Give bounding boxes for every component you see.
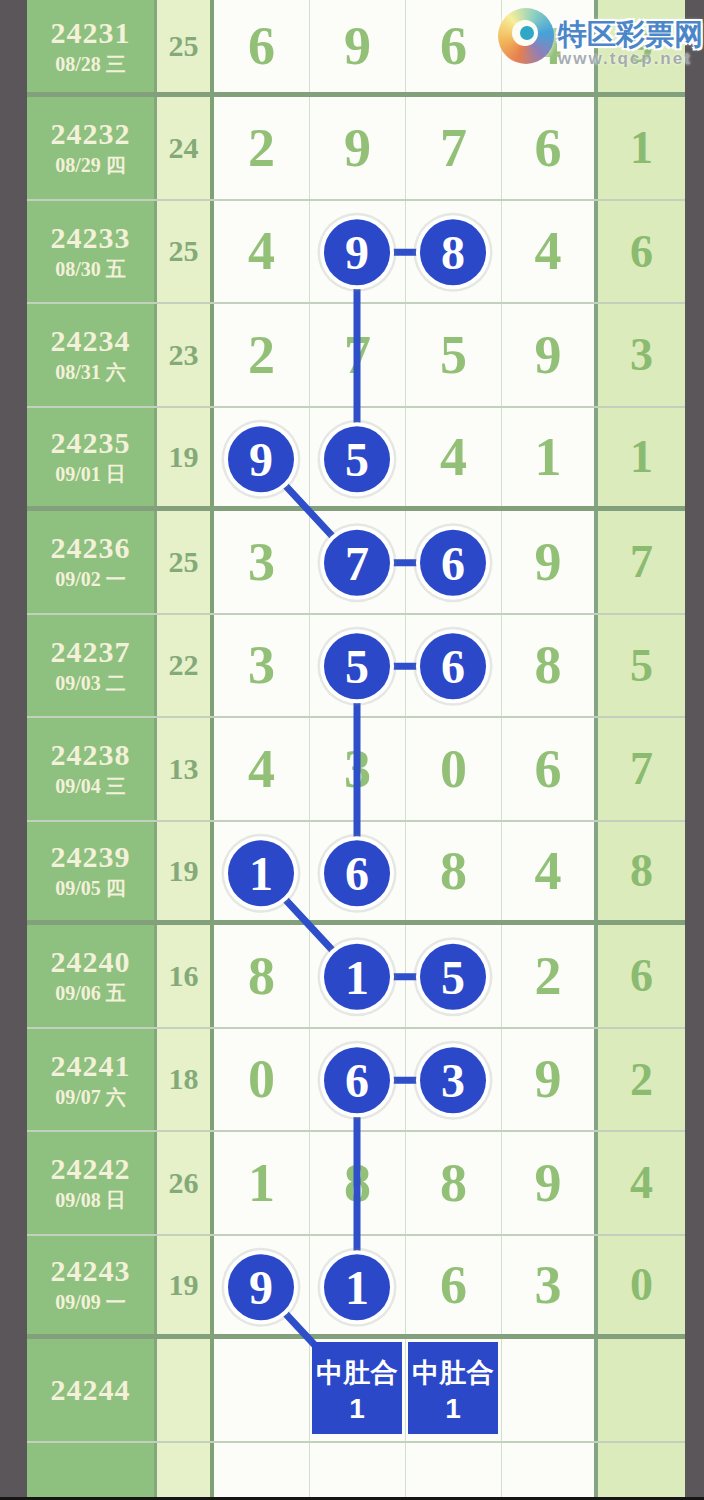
digit-cell <box>406 925 502 1027</box>
issue-number: 24235 <box>51 427 131 459</box>
sum-cell <box>157 1443 214 1500</box>
draw-row: 2423709/03 二22385 <box>27 615 685 719</box>
digit-cell: 8 <box>406 1132 502 1234</box>
draw-row <box>27 1443 685 1500</box>
issue-cell: 2423909/05 四 <box>27 822 157 921</box>
digit-cell: 2 <box>502 925 598 1027</box>
site-logo-watermark: www.tqcp.net <box>558 49 692 69</box>
issue-number: 24242 <box>51 1153 131 1185</box>
draw-row: 2424009/06 五16826 <box>27 925 685 1029</box>
issue-number: 24238 <box>51 739 131 771</box>
sum-cell: 16 <box>157 925 214 1027</box>
digit-cell: 9 <box>310 0 406 92</box>
digit-cell: 4 <box>214 201 310 303</box>
digit-cell: 4 <box>502 822 598 921</box>
sum-cell: 18 <box>157 1029 214 1131</box>
issue-cell: 2423208/29 四 <box>27 97 157 199</box>
digit-cell <box>310 1339 406 1441</box>
digit-cell: 1 <box>502 408 598 507</box>
issue-cell: 2424309/09 一 <box>27 1236 157 1335</box>
issue-cell: 2423609/02 一 <box>27 511 157 613</box>
draw-row: 2424209/08 日2618894 <box>27 1132 685 1236</box>
digit-cell: 8 <box>310 1132 406 1234</box>
sum-cell: 23 <box>157 304 214 406</box>
digit-cell <box>214 1236 310 1335</box>
digit-cell <box>502 1339 598 1441</box>
digit-cell <box>214 822 310 921</box>
digit-cell <box>310 1236 406 1335</box>
digit-cell: 3 <box>310 718 406 820</box>
trend-chart-page: 2423108/28 三25696492423208/29 四242976124… <box>0 0 704 1500</box>
digit-cell <box>310 615 406 717</box>
digit-cell: 3 <box>214 511 310 613</box>
digit-cell <box>406 201 502 303</box>
digit-cell: 2 <box>214 97 310 199</box>
digit-cell: 7 <box>406 97 502 199</box>
sum-cell: 19 <box>157 822 214 921</box>
issue-cell: 2424209/08 日 <box>27 1132 157 1234</box>
draw-date: 08/28 三 <box>55 52 126 76</box>
issue-number: 24237 <box>51 636 131 668</box>
tail-digit-cell: 4 <box>598 1132 685 1234</box>
issue-number: 24244 <box>51 1374 131 1406</box>
issue-cell: 2423308/30 五 <box>27 201 157 303</box>
draw-row: 2423208/29 四2429761 <box>27 97 685 201</box>
draw-row: 2423408/31 六2327593 <box>27 304 685 408</box>
digit-cell: 3 <box>502 1236 598 1335</box>
digit-cell: 8 <box>502 615 598 717</box>
draw-date: 09/06 五 <box>55 981 126 1005</box>
draw-row: 2424109/07 六18092 <box>27 1029 685 1133</box>
digit-cell: 5 <box>406 304 502 406</box>
trend-table: 2423108/28 三25696492423208/29 四242976124… <box>27 0 685 1500</box>
issue-number: 24239 <box>51 841 131 873</box>
sum-cell: 25 <box>157 201 214 303</box>
draw-date: 09/03 二 <box>55 671 126 695</box>
issue-cell: 2424109/07 六 <box>27 1029 157 1131</box>
tail-digit-cell <box>598 1339 685 1441</box>
digit-cell: 8 <box>214 925 310 1027</box>
digit-cell: 2 <box>214 304 310 406</box>
digit-cell: 7 <box>310 304 406 406</box>
digit-cell <box>406 1339 502 1441</box>
tail-digit-cell: 6 <box>598 201 685 303</box>
issue-cell: 2423509/01 日 <box>27 408 157 507</box>
digit-cell: 9 <box>502 511 598 613</box>
digit-cell: 0 <box>214 1029 310 1131</box>
sum-cell: 24 <box>157 97 214 199</box>
tail-digit-cell: 7 <box>598 511 685 613</box>
draw-date: 08/30 五 <box>55 257 126 281</box>
digit-cell <box>214 408 310 507</box>
draw-date: 09/02 一 <box>55 567 126 591</box>
digit-cell <box>310 822 406 921</box>
digit-cell: 8 <box>406 822 502 921</box>
draw-row: 2423609/02 一25397 <box>27 511 685 615</box>
digit-cell: 9 <box>502 1029 598 1131</box>
draw-row: 2423509/01 日19411 <box>27 408 685 512</box>
draw-row: 2424309/09 一19630 <box>27 1236 685 1340</box>
tail-digit-cell <box>598 1443 685 1500</box>
sum-cell: 26 <box>157 1132 214 1234</box>
digit-cell: 4 <box>406 408 502 507</box>
sum-cell: 22 <box>157 615 214 717</box>
digit-cell <box>310 408 406 507</box>
digit-cell <box>310 201 406 303</box>
draw-date: 08/29 四 <box>55 153 126 177</box>
sum-cell: 25 <box>157 0 214 92</box>
draw-date: 09/09 一 <box>55 1290 126 1314</box>
digit-cell <box>310 1029 406 1131</box>
tail-digit-cell: 3 <box>598 304 685 406</box>
tail-digit-cell: 8 <box>598 822 685 921</box>
issue-number: 24232 <box>51 118 131 150</box>
digit-cell: 1 <box>214 1132 310 1234</box>
draw-row: 2423909/05 四19848 <box>27 822 685 926</box>
issue-number: 24241 <box>51 1050 131 1082</box>
digit-cell: 6 <box>406 0 502 92</box>
tail-digit-cell: 0 <box>598 1236 685 1335</box>
digit-cell: 9 <box>502 1132 598 1234</box>
digit-cell <box>406 615 502 717</box>
digit-cell: 3 <box>214 615 310 717</box>
draw-date: 09/05 四 <box>55 876 126 900</box>
issue-cell: 24244 <box>27 1339 157 1441</box>
tail-digit-cell: 1 <box>598 408 685 507</box>
digit-cell: 6 <box>502 97 598 199</box>
draw-date: 08/31 六 <box>55 360 126 384</box>
digit-cell: 6 <box>502 718 598 820</box>
digit-cell: 0 <box>406 718 502 820</box>
issue-cell: 2423108/28 三 <box>27 0 157 92</box>
digit-cell <box>214 1339 310 1441</box>
digit-cell <box>310 925 406 1027</box>
digit-cell: 6 <box>214 0 310 92</box>
issue-cell: 2423809/04 三 <box>27 718 157 820</box>
draw-date: 09/08 日 <box>55 1188 126 1212</box>
digit-cell: 4 <box>214 718 310 820</box>
digit-cell: 9 <box>310 97 406 199</box>
digit-cell <box>214 1443 310 1500</box>
draw-date: 09/04 三 <box>55 774 126 798</box>
digit-cell: 6 <box>406 1236 502 1335</box>
issue-number: 24231 <box>51 17 131 49</box>
tail-digit-cell: 2 <box>598 1029 685 1131</box>
tail-digit-cell: 1 <box>598 97 685 199</box>
sum-cell <box>157 1339 214 1441</box>
draw-date: 09/01 日 <box>55 462 126 486</box>
draw-row: 2423809/04 三1343067 <box>27 718 685 822</box>
issue-number: 24240 <box>51 946 131 978</box>
digit-cell <box>310 1443 406 1500</box>
tail-digit-cell: 7 <box>598 718 685 820</box>
tail-digit-cell: 5 <box>598 615 685 717</box>
issue-cell: 2424009/06 五 <box>27 925 157 1027</box>
digit-cell <box>310 511 406 613</box>
issue-number: 24233 <box>51 222 131 254</box>
issue-number: 24236 <box>51 532 131 564</box>
draw-row: 2423308/30 五25446 <box>27 201 685 305</box>
digit-cell <box>502 1443 598 1500</box>
issue-number: 24234 <box>51 325 131 357</box>
draw-row: 24244 <box>27 1339 685 1443</box>
digit-cell <box>406 1443 502 1500</box>
digit-cell: 9 <box>502 304 598 406</box>
site-logo: 特区彩票网 www.tqcp.net <box>492 6 704 68</box>
issue-cell: 2423709/03 二 <box>27 615 157 717</box>
digit-cell: 4 <box>502 201 598 303</box>
draw-date: 09/07 六 <box>55 1085 126 1109</box>
issue-cell <box>27 1443 157 1500</box>
sum-cell: 13 <box>157 718 214 820</box>
tail-digit-cell: 6 <box>598 925 685 1027</box>
sum-cell: 25 <box>157 511 214 613</box>
site-logo-swirl-icon <box>498 8 554 64</box>
issue-cell: 2423408/31 六 <box>27 304 157 406</box>
issue-number: 24243 <box>51 1255 131 1287</box>
digit-cell <box>406 511 502 613</box>
sum-cell: 19 <box>157 1236 214 1335</box>
sum-cell: 19 <box>157 408 214 507</box>
digit-cell <box>406 1029 502 1131</box>
